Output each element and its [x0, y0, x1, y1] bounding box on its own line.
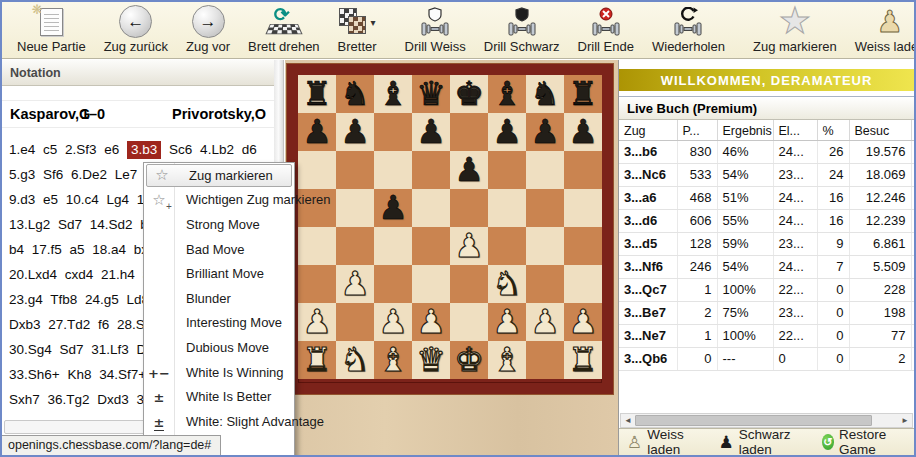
live-book-title: Live Buch (Premium): [619, 96, 914, 120]
table-row[interactable]: 3...Qb60---002: [619, 347, 914, 370]
white-piece[interactable]: ♜: [302, 341, 332, 379]
board-square[interactable]: [374, 151, 412, 189]
board-square[interactable]: [488, 227, 526, 265]
load-white-label: Weiss laden: [855, 39, 916, 54]
menu-item[interactable]: +−White Is Winning: [144, 360, 294, 385]
status-url-tooltip: openings.chessbase.com/?lang=de#: [2, 435, 221, 455]
drill-white-icon: [419, 5, 451, 38]
table-cell: 7: [817, 255, 849, 278]
move-forward-button[interactable]: → Zug vor: [177, 2, 239, 58]
black-piece[interactable]: ♟: [302, 113, 332, 151]
board-square[interactable]: [298, 151, 336, 189]
board-square[interactable]: [336, 189, 374, 227]
board-square[interactable]: ♛: [412, 75, 450, 113]
board-square[interactable]: ♜: [564, 75, 602, 113]
board-square[interactable]: [336, 227, 374, 265]
board-background: ♜♞♝♛♚♝♞♜♟♟♟♟♟♟♟♟♟♟♞♟♟♟♟♟♟♜♞♝♛♚♝♜: [285, 60, 618, 455]
white-piece[interactable]: ♜: [568, 341, 598, 379]
table-cell: 3...Ne7: [619, 324, 677, 347]
menu-item[interactable]: ±White Is Better: [144, 384, 294, 409]
board-square[interactable]: [374, 113, 412, 151]
board-square[interactable]: ♟: [298, 303, 336, 341]
table-cell: 606: [677, 209, 717, 232]
table-cell: 24...: [773, 255, 817, 278]
menu-item-label: Brilliant Move: [174, 266, 264, 281]
board-square[interactable]: ♜: [298, 75, 336, 113]
table-cell: 16: [817, 186, 849, 209]
menu-item-label: Wichtigen Zug markieren: [174, 192, 331, 207]
white-piece[interactable]: ♟: [530, 303, 560, 341]
black-piece[interactable]: ♝: [492, 75, 522, 113]
white-piece[interactable]: ♝: [378, 341, 408, 379]
drill-black-label: Drill Schwarz: [484, 39, 560, 54]
table-cell: [911, 186, 914, 209]
board-square[interactable]: ♝: [488, 75, 526, 113]
footer-load-white-label: Weiss laden: [647, 427, 699, 455]
table-cell: 24...: [773, 209, 817, 232]
board-square[interactable]: ♞: [336, 341, 374, 379]
table-row[interactable]: 3...Ne71100%22...077: [619, 324, 914, 347]
table-cell: 54%: [717, 163, 773, 186]
black-piece[interactable]: ♜: [302, 75, 332, 113]
footer-load-black-button[interactable]: ♟ Schwarz laden: [718, 427, 802, 455]
table-cell: 59%: [717, 232, 773, 255]
black-piece[interactable]: ♟: [416, 113, 446, 151]
board-square[interactable]: ♟: [336, 265, 374, 303]
table-row[interactable]: 3...a646851%24...1612.246: [619, 186, 914, 209]
table-row[interactable]: 3...Be7275%23...0198: [619, 301, 914, 324]
table-cell: 3...b6: [619, 140, 677, 163]
repeat-icon: [672, 5, 704, 38]
board-square[interactable]: [450, 265, 488, 303]
mark-move-button[interactable]: ★ Zug markieren: [744, 2, 846, 58]
drill-end-icon: [590, 5, 622, 38]
menu-item-label: Dubious Move: [174, 340, 269, 355]
board-square[interactable]: ♟: [412, 113, 450, 151]
white-piece[interactable]: ♛: [416, 341, 446, 379]
board-square[interactable]: [488, 151, 526, 189]
table-cell: 2: [849, 347, 911, 370]
move-line[interactable]: 1.e4 c5 2.Sf3 e6 3.b3 Sc6 4.Lb2 d6: [9, 137, 274, 162]
board-square[interactable]: ♞: [526, 75, 564, 113]
table-cell: 22...: [773, 278, 817, 301]
board-square[interactable]: [526, 227, 564, 265]
white-piece[interactable]: ♟: [302, 303, 332, 341]
menu-item[interactable]: Dubious Move: [144, 335, 294, 360]
table-cell: 19.576: [849, 140, 911, 163]
star-icon: ★: [779, 4, 811, 38]
board-square[interactable]: ♟: [374, 303, 412, 341]
board-square[interactable]: ♟: [336, 113, 374, 151]
table-cell: 9: [817, 232, 849, 255]
table-cell: 6.861: [849, 232, 911, 255]
board-square[interactable]: [412, 189, 450, 227]
board-square[interactable]: [564, 227, 602, 265]
menu-item[interactable]: ☆+Wichtigen Zug markieren: [144, 188, 294, 213]
scroll-right-arrow-icon[interactable]: ►: [898, 416, 912, 425]
board-grid: ♜♞♝♛♚♝♞♜♟♟♟♟♟♟♟♟♟♟♞♟♟♟♟♟♟♜♞♝♛♚♝♜: [298, 75, 602, 379]
table-cell: [911, 347, 914, 370]
table-cell: 23...: [773, 163, 817, 186]
board-square[interactable]: [450, 303, 488, 341]
table-cell: 12.246: [849, 186, 911, 209]
table-cell: 3...Be7: [619, 301, 677, 324]
black-piece[interactable]: ♟: [568, 113, 598, 151]
board-square[interactable]: [564, 265, 602, 303]
table-cell: 24: [817, 163, 849, 186]
board-square[interactable]: [336, 151, 374, 189]
board-square[interactable]: [564, 189, 602, 227]
table-cell: 54%: [717, 255, 773, 278]
board-square[interactable]: [526, 151, 564, 189]
menu-item-label: White Is Winning: [174, 365, 284, 380]
board-square[interactable]: ♟: [450, 151, 488, 189]
board-square[interactable]: [450, 189, 488, 227]
table-cell: 0: [817, 324, 849, 347]
table-cell: 1: [677, 278, 717, 301]
table-cell: 3...d5: [619, 232, 677, 255]
board-square[interactable]: [526, 265, 564, 303]
menu-item-label: Blunder: [174, 291, 231, 306]
white-piece[interactable]: ♟: [492, 303, 522, 341]
load-white-button[interactable]: ♟ Weiss laden: [846, 2, 916, 58]
board-square[interactable]: ♝: [374, 75, 412, 113]
restore-game-button[interactable]: ↺ Restore Game: [822, 427, 906, 455]
table-cell: 246: [677, 255, 717, 278]
menu-item[interactable]: Bad Move: [144, 237, 294, 262]
table-cell: 1: [677, 324, 717, 347]
new-game-label: Neue Partie: [17, 39, 86, 54]
menu-item[interactable]: Interesting Move: [144, 311, 294, 336]
flip-board-button[interactable]: ⟳ Brett drehen: [239, 2, 329, 58]
boards-label: Bretter: [338, 39, 377, 54]
table-cell: [911, 209, 914, 232]
table-cell: 51%: [717, 186, 773, 209]
table-cell: ---: [717, 347, 773, 370]
arrow-right-icon: →: [192, 5, 225, 38]
board-square[interactable]: ♛: [412, 341, 450, 379]
board-square[interactable]: ♜: [564, 341, 602, 379]
notation-panel-title: Notation: [2, 60, 274, 86]
board-square[interactable]: [412, 265, 450, 303]
board-square[interactable]: ♚: [450, 75, 488, 113]
drill-white-label: Drill Weiss: [405, 39, 466, 54]
table-cell: 46%: [717, 140, 773, 163]
menu-item[interactable]: Strong Move: [144, 212, 294, 237]
black-piece[interactable]: ♟: [454, 151, 484, 189]
black-piece[interactable]: ♚: [454, 75, 484, 113]
live-book-panel: WILLKOMMEN, DERAMATEUR Live Buch (Premiu…: [618, 60, 914, 455]
white-piece[interactable]: ♝: [492, 341, 522, 379]
move-forward-label: Zug vor: [186, 39, 230, 54]
black-piece[interactable]: ♟: [378, 189, 408, 227]
flip-board-icon: ⟳: [266, 5, 302, 38]
black-piece[interactable]: ♞: [340, 75, 370, 113]
table-cell: 0: [773, 347, 817, 370]
white-piece[interactable]: ♟: [416, 303, 446, 341]
black-piece[interactable]: ♜: [568, 75, 598, 113]
board-square[interactable]: [374, 265, 412, 303]
book-horizontal-scrollbar[interactable]: ◄ ►: [620, 413, 913, 428]
board-square[interactable]: ♟: [298, 113, 336, 151]
menu-item[interactable]: Blunder: [144, 286, 294, 311]
board-square[interactable]: ♟: [488, 113, 526, 151]
drill-end-label: Drill Ende: [578, 39, 634, 54]
table-cell: 26: [817, 140, 849, 163]
table-cell: 3...Nf6: [619, 255, 677, 278]
table-cell: [911, 232, 914, 255]
table-cell: 55%: [717, 209, 773, 232]
black-piece[interactable]: ♝: [378, 75, 408, 113]
book-footer-bar: ♙ Weiss laden ♟ Schwarz laden ↺ Restore …: [619, 428, 914, 455]
new-game-button[interactable]: ❋ Neue Partie: [8, 2, 95, 58]
mark-move-label: Zug markieren: [753, 39, 837, 54]
drill-end-button[interactable]: Drill Ende: [569, 2, 643, 58]
table-cell: 5.509: [849, 255, 911, 278]
white-piece[interactable]: ♞: [492, 265, 522, 303]
black-piece[interactable]: ♞: [530, 75, 560, 113]
move-back-button[interactable]: ← Zug zurück: [95, 2, 177, 58]
table-cell: 23...: [773, 301, 817, 324]
table-cell: 3...Nc6: [619, 163, 677, 186]
game-result: 1–0: [2, 106, 184, 122]
board-square[interactable]: ♝: [488, 341, 526, 379]
table-cell: 0: [817, 347, 849, 370]
table-cell: 18.069: [849, 163, 911, 186]
restore-game-label: Restore Game: [839, 427, 906, 455]
board-square[interactable]: ♟: [488, 303, 526, 341]
drill-white-button[interactable]: Drill Weiss: [396, 2, 475, 58]
table-cell: 830: [677, 140, 717, 163]
table-cell: 22...: [773, 324, 817, 347]
footer-load-white-button[interactable]: ♙ Weiss laden: [627, 427, 699, 455]
highlighted-move[interactable]: 3.b3: [127, 141, 161, 159]
menu-item-label: White Is Better: [174, 389, 271, 404]
board-square[interactable]: [374, 227, 412, 265]
board-square[interactable]: [526, 341, 564, 379]
white-piece[interactable]: ♟: [454, 227, 484, 265]
column-header[interactable]: P...: [677, 120, 717, 140]
table-cell: [911, 255, 914, 278]
boards-button[interactable]: ▾ Bretter: [329, 2, 386, 58]
menu-item[interactable]: ☆Zug markieren: [146, 164, 292, 187]
table-cell: 16: [817, 209, 849, 232]
scrollbar-thumb[interactable]: [635, 415, 872, 426]
table-row[interactable]: 3...d512859%23...96.861: [619, 232, 914, 255]
table-cell: 3...d6: [619, 209, 677, 232]
move-context-menu: ☆Zug markieren☆+Wichtigen Zug markierenS…: [143, 162, 295, 457]
table-cell: 77: [849, 324, 911, 347]
board-square[interactable]: ♞: [336, 75, 374, 113]
board-square[interactable]: [298, 265, 336, 303]
white-piece[interactable]: ♚: [454, 341, 484, 379]
table-cell: 12.239: [849, 209, 911, 232]
table-cell: 100%: [717, 324, 773, 347]
main-toolbar: ❋ Neue Partie ← Zug zurück → Zug vor ⟳ B…: [2, 2, 914, 59]
footer-load-black-label: Schwarz laden: [739, 427, 803, 455]
table-row[interactable]: 3...Nf624654%24...75.509: [619, 255, 914, 278]
table-cell: 3...Qb6: [619, 347, 677, 370]
black-piece[interactable]: ♟: [530, 113, 560, 151]
table-empty-space: [619, 371, 914, 414]
board-square[interactable]: ♞: [488, 265, 526, 303]
black-player-name: Privorotsky,O: [172, 106, 266, 122]
game-header: Kasparov,G 1–0 Privorotsky,O: [2, 100, 274, 128]
board-square[interactable]: [488, 189, 526, 227]
table-row[interactable]: 3...Nc653354%23...2418.069: [619, 163, 914, 186]
black-pawn-icon: ♟: [718, 432, 733, 452]
evaluation-symbol-icon: +−: [144, 364, 174, 381]
table-cell: [911, 163, 914, 186]
star-icon: ☆: [147, 166, 177, 184]
welcome-banner: WILLKOMMEN, DERAMATEUR: [619, 69, 914, 91]
table-cell: 100%: [717, 278, 773, 301]
table-cell: 24...: [773, 186, 817, 209]
menu-item[interactable]: Brilliant Move: [144, 261, 294, 286]
board-square[interactable]: ♟: [412, 303, 450, 341]
table-row[interactable]: 3...Qc71100%22...0228: [619, 278, 914, 301]
board-square[interactable]: ♟: [526, 303, 564, 341]
scroll-left-arrow-icon[interactable]: ◄: [621, 416, 635, 425]
table-cell: 198: [849, 301, 911, 324]
table-cell: 0: [817, 278, 849, 301]
live-book-table: ZugP...ErgebnisEl...%BesucPlayers 3...b6…: [619, 120, 914, 371]
chess-board[interactable]: ♜♞♝♛♚♝♞♜♟♟♟♟♟♟♟♟♟♟♞♟♟♟♟♟♟♜♞♝♛♚♝♜: [287, 64, 613, 394]
white-piece[interactable]: ♞: [340, 341, 370, 379]
table-cell: 2: [677, 301, 717, 324]
board-square[interactable]: [526, 189, 564, 227]
board-square[interactable]: [412, 227, 450, 265]
menu-item-label: Interesting Move: [174, 315, 282, 330]
column-header[interactable]: Players: [911, 120, 914, 140]
column-header[interactable]: Ergebnis: [717, 120, 773, 140]
table-cell: 128: [677, 232, 717, 255]
table-cell: 24...: [773, 140, 817, 163]
repeat-label: Wiederholen: [652, 39, 725, 54]
flip-board-label: Brett drehen: [248, 39, 320, 54]
table-row[interactable]: 3...d660655%24...1612.239: [619, 209, 914, 232]
table-cell: 3...Qc7: [619, 278, 677, 301]
star-plus-icon: ☆+: [144, 191, 174, 209]
table-row[interactable]: 3...b683046%24...2619.576: [619, 140, 914, 163]
white-piece[interactable]: ♟: [340, 265, 370, 303]
evaluation-symbol-icon: ±: [144, 388, 174, 405]
menu-item[interactable]: ±White: Slight Advantage: [144, 409, 294, 434]
table-header-row[interactable]: ZugP...ErgebnisEl...%BesucPlayers: [619, 120, 914, 140]
repeat-button[interactable]: Wiederholen: [643, 2, 734, 58]
table-cell: 3...a6: [619, 186, 677, 209]
drill-black-icon: [506, 5, 538, 38]
table-cell: 228: [849, 278, 911, 301]
table-cell: 23...: [773, 232, 817, 255]
board-square[interactable]: ♟: [564, 113, 602, 151]
white-pawn-icon: ♙: [627, 432, 642, 452]
move-back-label: Zug zurück: [104, 39, 168, 54]
black-piece[interactable]: ♟: [492, 113, 522, 151]
table-cell: 468: [677, 186, 717, 209]
menu-item-label: White: Slight Advantage: [174, 414, 324, 429]
table-cell: [911, 278, 914, 301]
board-square[interactable]: [412, 151, 450, 189]
board-square[interactable]: ♟: [450, 227, 488, 265]
arrow-left-icon: ←: [119, 5, 152, 38]
board-square[interactable]: [336, 303, 374, 341]
column-header[interactable]: Zug: [619, 120, 677, 140]
board-square[interactable]: ♝: [374, 341, 412, 379]
board-square[interactable]: ♚: [450, 341, 488, 379]
column-header[interactable]: Besuc: [849, 120, 911, 140]
board-square[interactable]: [450, 113, 488, 151]
table-cell: [911, 324, 914, 347]
boards-icon: ▾: [339, 5, 376, 38]
board-square[interactable]: [298, 227, 336, 265]
table-cell: [911, 140, 914, 163]
table-cell: 0: [677, 347, 717, 370]
white-pawn-icon: ♟: [877, 5, 904, 38]
black-piece[interactable]: ♛: [416, 75, 446, 113]
drill-black-button[interactable]: Drill Schwarz: [475, 2, 569, 58]
column-header[interactable]: %: [817, 120, 849, 140]
white-piece[interactable]: ♟: [568, 303, 598, 341]
board-square[interactable]: ♟: [526, 113, 564, 151]
app-window: ❋ Neue Partie ← Zug zurück → Zug vor ⟳ B…: [0, 0, 916, 457]
board-square[interactable]: ♟: [374, 189, 412, 227]
table-cell: 0: [817, 301, 849, 324]
column-header[interactable]: El...: [773, 120, 817, 140]
restore-icon: ↺: [822, 434, 834, 450]
black-piece[interactable]: ♟: [340, 113, 370, 151]
menu-item-label: Zug markieren: [177, 168, 273, 183]
table-cell: [911, 301, 914, 324]
table-cell: 533: [677, 163, 717, 186]
board-square[interactable]: [564, 151, 602, 189]
white-piece[interactable]: ♟: [378, 303, 408, 341]
new-document-icon: ❋: [40, 5, 63, 38]
board-square[interactable]: ♟: [564, 303, 602, 341]
table-cell: 75%: [717, 301, 773, 324]
menu-item-label: Bad Move: [174, 242, 245, 257]
menu-item-label: Strong Move: [174, 217, 260, 232]
white-slight-advantage-icon: ±: [144, 413, 174, 430]
board-square[interactable]: ♜: [298, 341, 336, 379]
